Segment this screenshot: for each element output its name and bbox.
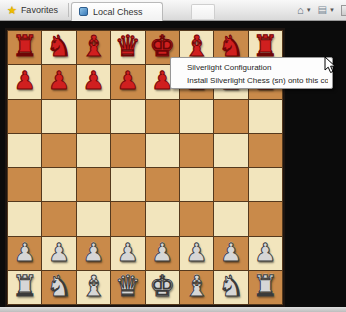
mouse-cursor-icon <box>324 56 337 74</box>
square-c7[interactable]: ♟ <box>77 65 110 98</box>
square-h1[interactable]: ♜ <box>249 271 282 304</box>
white-king: ♚ <box>149 272 175 301</box>
square-b8[interactable]: ♞ <box>42 31 75 64</box>
print-icon[interactable]: ▤ <box>318 5 327 15</box>
white-knight: ♞ <box>218 272 244 301</box>
square-e5[interactable] <box>146 134 179 167</box>
square-a2[interactable]: ♟ <box>8 237 41 270</box>
square-e2[interactable]: ♟ <box>146 237 179 270</box>
square-f4[interactable] <box>180 168 213 201</box>
tab-favicon-icon <box>79 7 88 16</box>
square-d1[interactable]: ♛ <box>111 271 144 304</box>
favorites-star-icon: ★ <box>7 5 17 16</box>
square-h6[interactable] <box>249 100 282 133</box>
square-b1[interactable]: ♞ <box>42 271 75 304</box>
square-d2[interactable]: ♟ <box>111 237 144 270</box>
square-c3[interactable] <box>77 202 110 235</box>
white-bishop: ♝ <box>184 272 210 301</box>
square-b5[interactable] <box>42 134 75 167</box>
square-b4[interactable] <box>42 168 75 201</box>
square-a3[interactable] <box>8 202 41 235</box>
square-e4[interactable] <box>146 168 179 201</box>
square-e1[interactable]: ♚ <box>146 271 179 304</box>
square-b7[interactable]: ♟ <box>42 65 75 98</box>
white-bishop: ♝ <box>80 272 106 301</box>
square-b2[interactable]: ♟ <box>42 237 75 270</box>
tab-title: Local Chess <box>93 7 143 17</box>
white-pawn: ♟ <box>82 240 104 265</box>
red-pawn: ♟ <box>48 68 70 93</box>
red-queen: ♛ <box>115 32 141 61</box>
square-c4[interactable] <box>77 168 110 201</box>
square-f1[interactable]: ♝ <box>180 271 213 304</box>
square-d7[interactable]: ♟ <box>111 65 144 98</box>
square-h3[interactable] <box>249 202 282 235</box>
square-b3[interactable] <box>42 202 75 235</box>
favorites-label: Favorites <box>21 5 58 15</box>
square-g6[interactable] <box>214 100 247 133</box>
home-dropdown-caret-icon[interactable]: ▼ <box>306 7 312 13</box>
square-f2[interactable]: ♟ <box>180 237 213 270</box>
square-a7[interactable]: ♟ <box>8 65 41 98</box>
red-rook: ♜ <box>12 32 38 61</box>
white-knight: ♞ <box>46 272 72 301</box>
square-a5[interactable] <box>8 134 41 167</box>
square-d5[interactable] <box>111 134 144 167</box>
square-h2[interactable]: ♟ <box>249 237 282 270</box>
menu-item-install-app[interactable]: Install Silverlight Chess (sn) onto this… <box>171 74 328 87</box>
square-c1[interactable]: ♝ <box>77 271 110 304</box>
white-pawn: ♟ <box>185 240 207 265</box>
red-knight: ♞ <box>46 32 72 61</box>
square-g1[interactable]: ♞ <box>214 271 247 304</box>
square-h5[interactable] <box>249 134 282 167</box>
square-f3[interactable] <box>180 202 213 235</box>
square-a1[interactable]: ♜ <box>8 271 41 304</box>
print-dropdown-caret-icon[interactable]: ▼ <box>329 7 335 13</box>
square-g5[interactable] <box>214 134 247 167</box>
square-d8[interactable]: ♛ <box>111 31 144 64</box>
window-bottom-strip <box>0 307 346 312</box>
white-pawn: ♟ <box>220 240 242 265</box>
tab-local-chess[interactable]: Local Chess <box>71 2 163 21</box>
command-bar: ⌂ ▼ ▤ ▼ <box>297 5 346 16</box>
red-pawn: ♟ <box>82 68 104 93</box>
bar-separator <box>68 3 69 17</box>
square-c5[interactable] <box>77 134 110 167</box>
new-tab-button[interactable] <box>191 4 215 19</box>
square-f6[interactable] <box>180 100 213 133</box>
square-a4[interactable] <box>8 168 41 201</box>
white-pawn: ♟ <box>254 240 276 265</box>
red-pawn: ♟ <box>13 68 35 93</box>
white-pawn: ♟ <box>151 240 173 265</box>
square-a6[interactable] <box>8 100 41 133</box>
red-pawn: ♟ <box>117 68 139 93</box>
square-h4[interactable] <box>249 168 282 201</box>
silverlight-context-menu: Silverlight Configuration Install Silver… <box>170 57 333 89</box>
red-bishop: ♝ <box>80 32 106 61</box>
square-g3[interactable] <box>214 202 247 235</box>
favorites-button[interactable]: ★ Favorites <box>0 0 66 20</box>
square-d6[interactable] <box>111 100 144 133</box>
square-c8[interactable]: ♝ <box>77 31 110 64</box>
square-b6[interactable] <box>42 100 75 133</box>
white-queen: ♛ <box>115 272 141 301</box>
square-g2[interactable]: ♟ <box>214 237 247 270</box>
square-f5[interactable] <box>180 134 213 167</box>
square-a8[interactable]: ♜ <box>8 31 41 64</box>
square-e6[interactable] <box>146 100 179 133</box>
square-g4[interactable] <box>214 168 247 201</box>
browser-favorites-bar: ★ Favorites Local Chess ⌂ ▼ ▤ ▼ <box>0 0 346 21</box>
square-d4[interactable] <box>111 168 144 201</box>
square-c2[interactable]: ♟ <box>77 237 110 270</box>
square-c6[interactable] <box>77 100 110 133</box>
white-pawn: ♟ <box>117 240 139 265</box>
home-icon[interactable]: ⌂ <box>297 5 304 16</box>
white-rook: ♜ <box>252 272 278 301</box>
clipped-toolbar-icon[interactable] <box>341 5 346 16</box>
white-pawn: ♟ <box>48 240 70 265</box>
white-pawn: ♟ <box>13 240 35 265</box>
square-d3[interactable] <box>111 202 144 235</box>
square-e3[interactable] <box>146 202 179 235</box>
menu-item-silverlight-configuration[interactable]: Silverlight Configuration <box>171 61 328 74</box>
white-rook: ♜ <box>12 272 38 301</box>
